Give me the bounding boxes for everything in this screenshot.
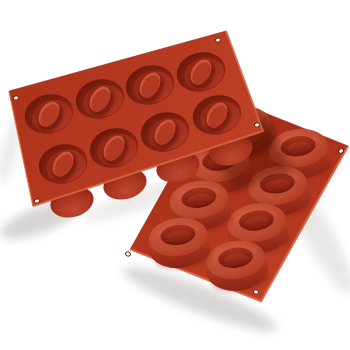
corner-hole <box>125 251 131 257</box>
product-photo-canvas <box>0 0 350 350</box>
product-photo <box>0 0 350 350</box>
